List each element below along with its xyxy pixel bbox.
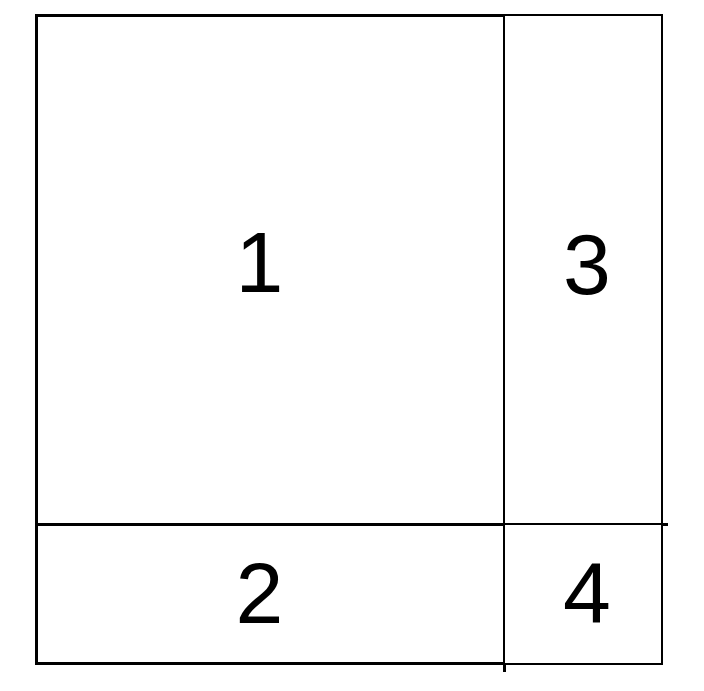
vertical-divider-overhang	[503, 664, 506, 672]
region-1-label: 1	[236, 219, 284, 305]
region-2-bottom-left: 2	[35, 523, 506, 665]
region-2-label: 2	[236, 550, 284, 636]
region-4-bottom-right: 4	[503, 523, 663, 665]
region-4-label: 4	[563, 549, 611, 635]
region-3-label: 3	[563, 221, 611, 307]
partition-diagram: 1 2 3 4	[0, 0, 704, 691]
region-3-top-right: 3	[503, 14, 663, 526]
horizontal-divider-overhang	[662, 523, 668, 526]
region-1-top-left: 1	[35, 14, 506, 526]
